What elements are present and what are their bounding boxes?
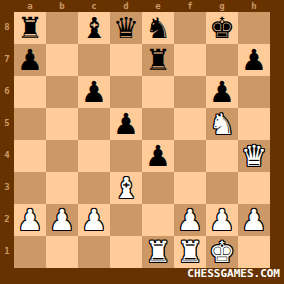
square-g3[interactable] <box>206 172 238 204</box>
square-e3[interactable] <box>142 172 174 204</box>
chess-diagram-frame: abcdefgh 87654321 ♜♝♛♞♚♟♜♟♟♟♟♞♟♛♝♟♟♟♟♟♟♜… <box>0 0 284 284</box>
square-c6[interactable]: ♟ <box>78 76 110 108</box>
square-f5[interactable] <box>174 108 206 140</box>
square-b2[interactable]: ♟ <box>46 204 78 236</box>
piece-black-rook-e7[interactable]: ♜ <box>142 44 174 76</box>
file-label-b: b <box>46 0 78 12</box>
rank-label-2: 2 <box>0 204 14 236</box>
piece-black-queen-d8[interactable]: ♛ <box>110 12 142 44</box>
square-a3[interactable] <box>14 172 46 204</box>
square-h8[interactable] <box>238 12 270 44</box>
square-d3[interactable]: ♝ <box>110 172 142 204</box>
square-g6[interactable]: ♟ <box>206 76 238 108</box>
piece-white-pawn-a2[interactable]: ♟ <box>14 204 46 236</box>
square-b1[interactable] <box>46 236 78 268</box>
square-c2[interactable]: ♟ <box>78 204 110 236</box>
square-f8[interactable] <box>174 12 206 44</box>
square-e6[interactable] <box>142 76 174 108</box>
square-e8[interactable]: ♞ <box>142 12 174 44</box>
square-d6[interactable] <box>110 76 142 108</box>
square-c1[interactable] <box>78 236 110 268</box>
square-f4[interactable] <box>174 140 206 172</box>
piece-white-pawn-h2[interactable]: ♟ <box>238 204 270 236</box>
piece-white-pawn-g2[interactable]: ♟ <box>206 204 238 236</box>
square-b6[interactable] <box>46 76 78 108</box>
piece-black-pawn-a7[interactable]: ♟ <box>14 44 46 76</box>
file-label-h: h <box>238 0 270 12</box>
square-a1[interactable] <box>14 236 46 268</box>
square-e2[interactable] <box>142 204 174 236</box>
square-h1[interactable] <box>238 236 270 268</box>
watermark-chessgames: CHESSGAMES.COM <box>187 267 280 281</box>
square-d5[interactable]: ♟ <box>110 108 142 140</box>
square-c8[interactable]: ♝ <box>78 12 110 44</box>
chess-board: ♜♝♛♞♚♟♜♟♟♟♟♞♟♛♝♟♟♟♟♟♟♜♜♚ <box>14 12 270 268</box>
square-f7[interactable] <box>174 44 206 76</box>
square-d1[interactable] <box>110 236 142 268</box>
piece-black-pawn-c6[interactable]: ♟ <box>78 76 110 108</box>
square-h2[interactable]: ♟ <box>238 204 270 236</box>
piece-black-rook-a8[interactable]: ♜ <box>14 12 46 44</box>
square-e5[interactable] <box>142 108 174 140</box>
rank-label-1: 1 <box>0 236 14 268</box>
square-b8[interactable] <box>46 12 78 44</box>
piece-black-pawn-g6[interactable]: ♟ <box>206 76 238 108</box>
square-d7[interactable] <box>110 44 142 76</box>
square-g1[interactable]: ♚ <box>206 236 238 268</box>
square-c3[interactable] <box>78 172 110 204</box>
square-g2[interactable]: ♟ <box>206 204 238 236</box>
piece-black-bishop-c8[interactable]: ♝ <box>78 12 110 44</box>
square-f3[interactable] <box>174 172 206 204</box>
rank-label-6: 6 <box>0 76 14 108</box>
rank-label-7: 7 <box>0 44 14 76</box>
square-g8[interactable]: ♚ <box>206 12 238 44</box>
square-a6[interactable] <box>14 76 46 108</box>
square-a8[interactable]: ♜ <box>14 12 46 44</box>
square-g5[interactable]: ♞ <box>206 108 238 140</box>
piece-white-pawn-b2[interactable]: ♟ <box>46 204 78 236</box>
square-h6[interactable] <box>238 76 270 108</box>
square-f2[interactable]: ♟ <box>174 204 206 236</box>
square-a4[interactable] <box>14 140 46 172</box>
piece-black-pawn-h7[interactable]: ♟ <box>238 44 270 76</box>
piece-white-rook-e1[interactable]: ♜ <box>142 236 174 268</box>
piece-black-king-g8[interactable]: ♚ <box>206 12 238 44</box>
square-f1[interactable]: ♜ <box>174 236 206 268</box>
square-a2[interactable]: ♟ <box>14 204 46 236</box>
square-h4[interactable]: ♛ <box>238 140 270 172</box>
piece-white-bishop-d3[interactable]: ♝ <box>110 172 142 204</box>
square-b4[interactable] <box>46 140 78 172</box>
piece-white-knight-g5[interactable]: ♞ <box>206 108 238 140</box>
square-h7[interactable]: ♟ <box>238 44 270 76</box>
square-d2[interactable] <box>110 204 142 236</box>
piece-white-queen-h4[interactable]: ♛ <box>238 140 270 172</box>
square-b7[interactable] <box>46 44 78 76</box>
square-h5[interactable] <box>238 108 270 140</box>
rank-label-3: 3 <box>0 172 14 204</box>
piece-white-rook-f1[interactable]: ♜ <box>174 236 206 268</box>
square-d4[interactable] <box>110 140 142 172</box>
square-c5[interactable] <box>78 108 110 140</box>
square-b3[interactable] <box>46 172 78 204</box>
file-label-f: f <box>174 0 206 12</box>
piece-white-king-g1[interactable]: ♚ <box>206 236 238 268</box>
piece-black-knight-e8[interactable]: ♞ <box>142 12 174 44</box>
rank-label-8: 8 <box>0 12 14 44</box>
piece-white-pawn-c2[interactable]: ♟ <box>78 204 110 236</box>
square-c4[interactable] <box>78 140 110 172</box>
square-d8[interactable]: ♛ <box>110 12 142 44</box>
square-b5[interactable] <box>46 108 78 140</box>
rank-label-4: 4 <box>0 140 14 172</box>
square-a7[interactable]: ♟ <box>14 44 46 76</box>
square-e4[interactable]: ♟ <box>142 140 174 172</box>
piece-white-pawn-f2[interactable]: ♟ <box>174 204 206 236</box>
square-g4[interactable] <box>206 140 238 172</box>
rank-label-5: 5 <box>0 108 14 140</box>
square-e1[interactable]: ♜ <box>142 236 174 268</box>
square-a5[interactable] <box>14 108 46 140</box>
square-g7[interactable] <box>206 44 238 76</box>
square-h3[interactable] <box>238 172 270 204</box>
piece-black-pawn-d5[interactable]: ♟ <box>110 108 142 140</box>
square-f6[interactable] <box>174 76 206 108</box>
square-c7[interactable] <box>78 44 110 76</box>
square-e7[interactable]: ♜ <box>142 44 174 76</box>
piece-black-pawn-e4[interactable]: ♟ <box>142 140 174 172</box>
